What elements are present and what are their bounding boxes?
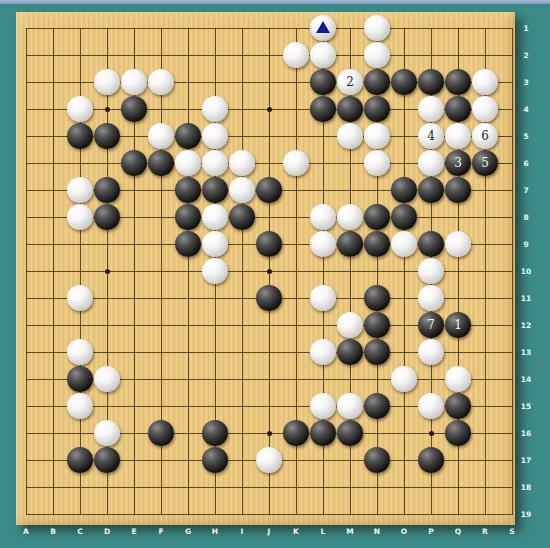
row-label-15: 15 bbox=[517, 402, 535, 411]
row-label-19: 19 bbox=[517, 510, 535, 519]
col-label-N: N bbox=[369, 527, 385, 536]
col-label-R: R bbox=[477, 527, 493, 536]
col-label-L: L bbox=[315, 527, 331, 536]
col-label-E: E bbox=[126, 527, 142, 536]
row-label-11: 11 bbox=[517, 294, 535, 303]
window-top-edge bbox=[0, 0, 550, 4]
row-label-12: 12 bbox=[517, 321, 535, 330]
row-label-4: 4 bbox=[517, 105, 535, 114]
row-label-5: 5 bbox=[517, 132, 535, 141]
row-label-16: 16 bbox=[517, 429, 535, 438]
col-label-S: S bbox=[504, 527, 520, 536]
row-label-9: 9 bbox=[517, 240, 535, 249]
row-label-3: 3 bbox=[517, 78, 535, 87]
col-label-O: O bbox=[396, 527, 412, 536]
col-label-A: A bbox=[18, 527, 34, 536]
col-label-Q: Q bbox=[450, 527, 466, 536]
row-label-8: 8 bbox=[517, 213, 535, 222]
col-label-F: F bbox=[153, 527, 169, 536]
col-label-D: D bbox=[99, 527, 115, 536]
row-label-14: 14 bbox=[517, 375, 535, 384]
col-label-C: C bbox=[72, 527, 88, 536]
row-label-18: 18 bbox=[517, 483, 535, 492]
row-label-17: 17 bbox=[517, 456, 535, 465]
col-label-P: P bbox=[423, 527, 439, 536]
col-label-G: G bbox=[180, 527, 196, 536]
row-label-2: 2 bbox=[517, 51, 535, 60]
go-app-window: ABCDEFGHIJKLMNOPQRS123456789101112131415… bbox=[0, 0, 550, 548]
col-label-M: M bbox=[342, 527, 358, 536]
col-label-J: J bbox=[261, 527, 277, 536]
row-label-10: 10 bbox=[517, 267, 535, 276]
row-label-7: 7 bbox=[517, 186, 535, 195]
col-label-I: I bbox=[234, 527, 250, 536]
go-board[interactable] bbox=[16, 12, 515, 525]
row-label-1: 1 bbox=[517, 24, 535, 33]
col-label-B: B bbox=[45, 527, 61, 536]
col-label-H: H bbox=[207, 527, 223, 536]
row-label-13: 13 bbox=[517, 348, 535, 357]
col-label-K: K bbox=[288, 527, 304, 536]
row-label-6: 6 bbox=[517, 159, 535, 168]
